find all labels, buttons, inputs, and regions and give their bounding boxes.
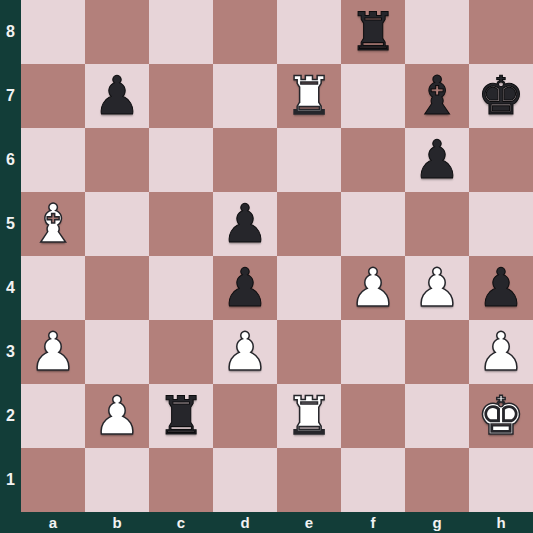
square-d8[interactable] [213,0,277,64]
square-e7[interactable]: ♜ [277,64,341,128]
square-d3[interactable]: ♟ [213,320,277,384]
square-f3[interactable] [341,320,405,384]
file-label-h: h [469,512,533,533]
piece-white-king-h2: ♚ [469,384,533,448]
square-c7[interactable] [149,64,213,128]
file-label-c: c [149,512,213,533]
piece-black-rook-c2: ♜ [149,384,213,448]
square-h2[interactable]: ♚ [469,384,533,448]
rank-labels: 87654321 [0,0,21,512]
square-d1[interactable] [213,448,277,512]
piece-black-pawn-g6: ♟ [405,128,469,192]
square-f1[interactable] [341,448,405,512]
square-c5[interactable] [149,192,213,256]
square-c3[interactable] [149,320,213,384]
square-e2[interactable]: ♜ [277,384,341,448]
square-b6[interactable] [85,128,149,192]
square-b4[interactable] [85,256,149,320]
square-b7[interactable]: ♟ [85,64,149,128]
square-g2[interactable] [405,384,469,448]
rank-label-6: 6 [0,128,21,192]
square-g3[interactable] [405,320,469,384]
square-f2[interactable] [341,384,405,448]
square-b1[interactable] [85,448,149,512]
square-g4[interactable]: ♟ [405,256,469,320]
rank-label-7: 7 [0,64,21,128]
square-g5[interactable] [405,192,469,256]
square-b8[interactable] [85,0,149,64]
chess-board-frame: 87654321 ♜♟♜♝♚♟♝♟♟♟♟♟♟♟♟♟♜♜♚ abcdefgh [0,0,533,533]
file-label-e: e [277,512,341,533]
square-e4[interactable] [277,256,341,320]
file-label-b: b [85,512,149,533]
square-b2[interactable]: ♟ [85,384,149,448]
rank-label-8: 8 [0,0,21,64]
piece-white-pawn-g4: ♟ [405,256,469,320]
piece-white-rook-e7: ♜ [277,64,341,128]
rank-label-3: 3 [0,320,21,384]
square-f8[interactable]: ♜ [341,0,405,64]
square-a4[interactable] [21,256,85,320]
square-g7[interactable]: ♝ [405,64,469,128]
square-h7[interactable]: ♚ [469,64,533,128]
square-c8[interactable] [149,0,213,64]
square-e6[interactable] [277,128,341,192]
square-c6[interactable] [149,128,213,192]
square-a3[interactable]: ♟ [21,320,85,384]
square-c1[interactable] [149,448,213,512]
file-label-g: g [405,512,469,533]
square-h1[interactable] [469,448,533,512]
piece-black-pawn-d4: ♟ [213,256,277,320]
square-d4[interactable]: ♟ [213,256,277,320]
piece-white-pawn-b2: ♟ [85,384,149,448]
square-b3[interactable] [85,320,149,384]
square-a1[interactable] [21,448,85,512]
piece-black-pawn-b7: ♟ [85,64,149,128]
piece-white-pawn-h3: ♟ [469,320,533,384]
square-e5[interactable] [277,192,341,256]
square-g8[interactable] [405,0,469,64]
square-f7[interactable] [341,64,405,128]
square-h5[interactable] [469,192,533,256]
square-a2[interactable] [21,384,85,448]
file-label-f: f [341,512,405,533]
board: ♜♟♜♝♚♟♝♟♟♟♟♟♟♟♟♟♜♜♚ [21,0,533,512]
piece-white-bishop-a5: ♝ [21,192,85,256]
piece-white-rook-e2: ♜ [277,384,341,448]
piece-black-bishop-g7: ♝ [405,64,469,128]
square-b5[interactable] [85,192,149,256]
square-h8[interactable] [469,0,533,64]
square-e1[interactable] [277,448,341,512]
square-a6[interactable] [21,128,85,192]
square-e3[interactable] [277,320,341,384]
square-d6[interactable] [213,128,277,192]
square-f4[interactable]: ♟ [341,256,405,320]
square-a8[interactable] [21,0,85,64]
piece-white-pawn-f4: ♟ [341,256,405,320]
square-c2[interactable]: ♜ [149,384,213,448]
square-g1[interactable] [405,448,469,512]
file-label-d: d [213,512,277,533]
square-f6[interactable] [341,128,405,192]
piece-black-pawn-d5: ♟ [213,192,277,256]
square-a5[interactable]: ♝ [21,192,85,256]
square-d2[interactable] [213,384,277,448]
square-e8[interactable] [277,0,341,64]
rank-label-2: 2 [0,384,21,448]
piece-black-rook-f8: ♜ [341,0,405,64]
file-labels: abcdefgh [21,512,533,533]
board-corner [0,512,21,533]
square-a7[interactable] [21,64,85,128]
rank-label-1: 1 [0,448,21,512]
square-d5[interactable]: ♟ [213,192,277,256]
square-h3[interactable]: ♟ [469,320,533,384]
square-d7[interactable] [213,64,277,128]
file-label-a: a [21,512,85,533]
square-h4[interactable]: ♟ [469,256,533,320]
rank-label-4: 4 [0,256,21,320]
piece-black-king-h7: ♚ [469,64,533,128]
piece-white-pawn-d3: ♟ [213,320,277,384]
square-c4[interactable] [149,256,213,320]
rank-label-5: 5 [0,192,21,256]
square-f5[interactable] [341,192,405,256]
square-g6[interactable]: ♟ [405,128,469,192]
piece-white-pawn-a3: ♟ [21,320,85,384]
square-h6[interactable] [469,128,533,192]
piece-black-pawn-h4: ♟ [469,256,533,320]
